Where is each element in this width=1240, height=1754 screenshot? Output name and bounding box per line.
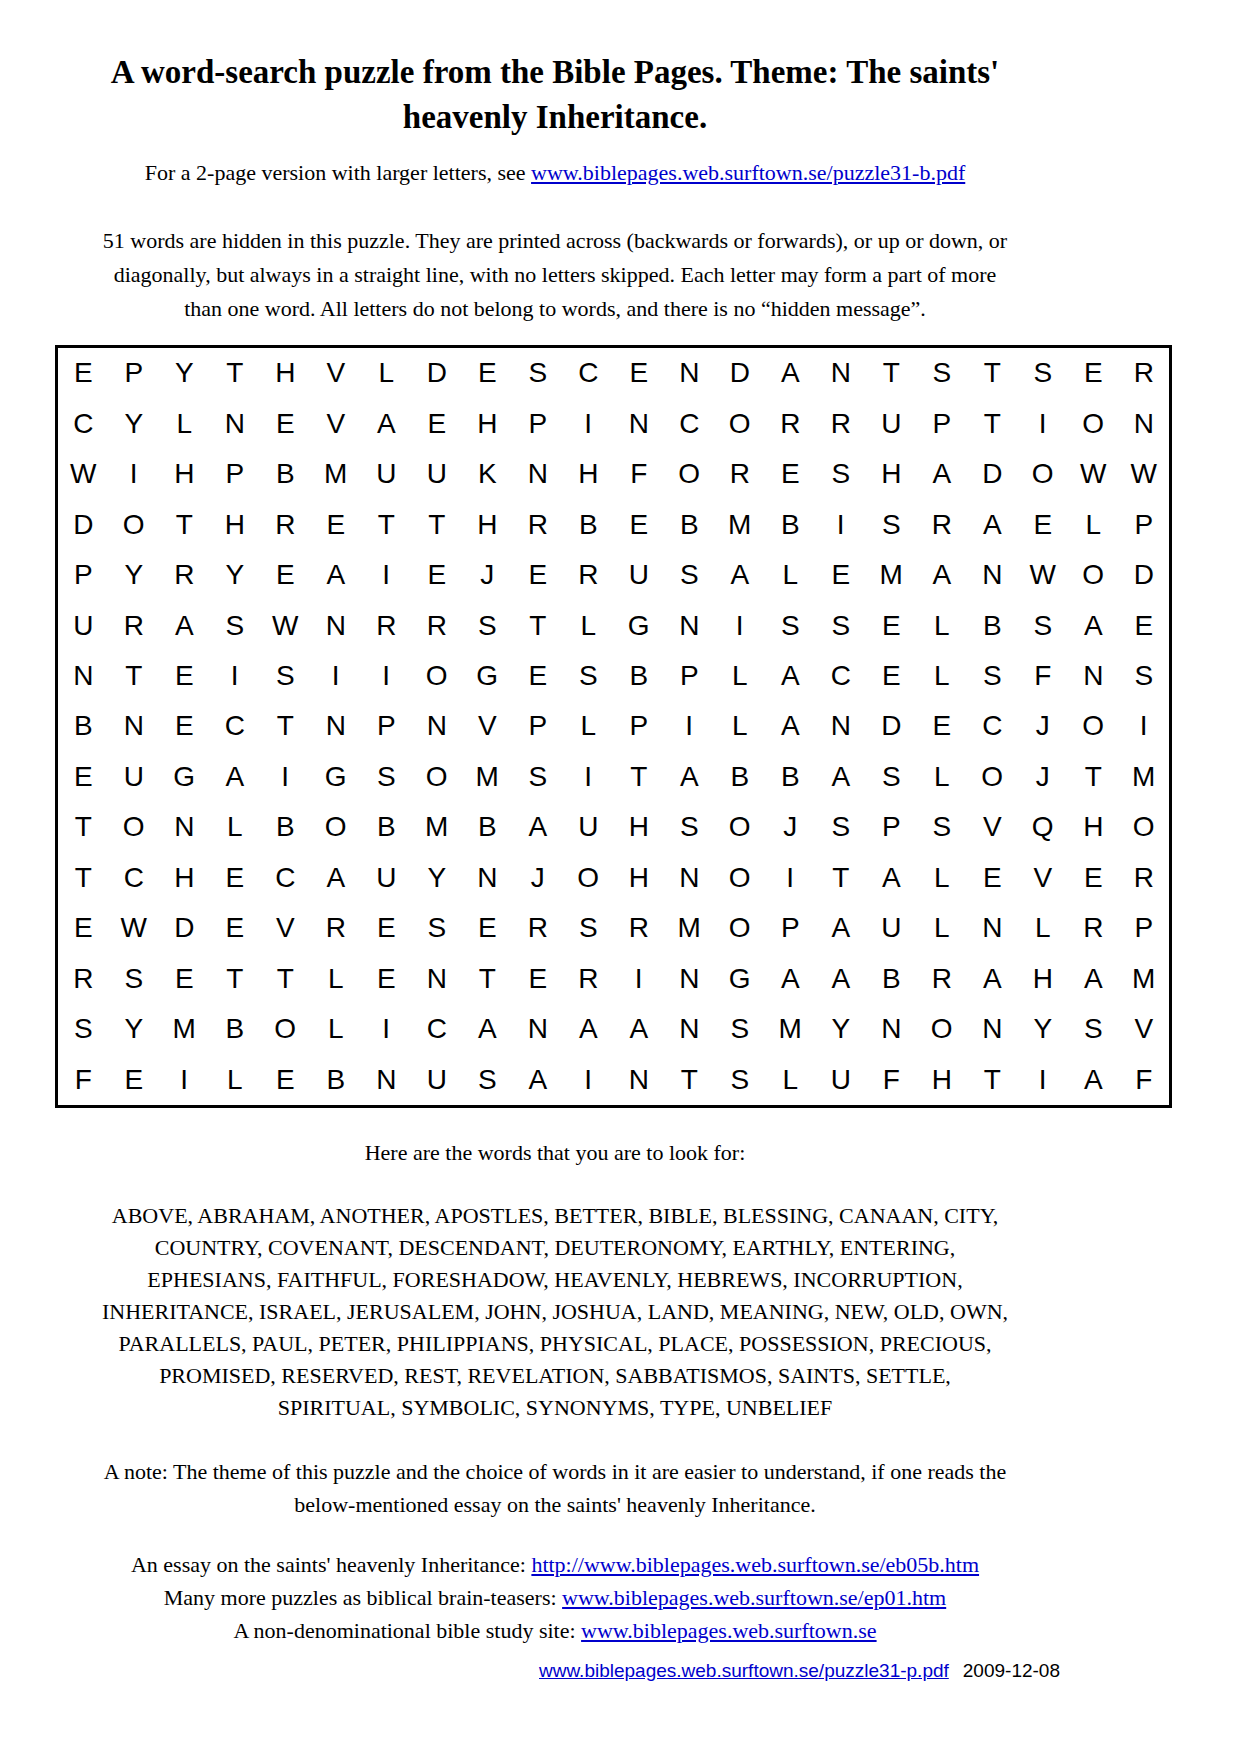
grid-cell: I — [1018, 1055, 1069, 1105]
grid-cell: E — [58, 348, 109, 398]
grid-cell: N — [210, 398, 261, 448]
grid-cell: L — [361, 348, 412, 398]
grid-cell: H — [917, 1055, 968, 1105]
grid-cell: I — [260, 752, 311, 802]
grid-cell: D — [715, 348, 766, 398]
grid-cell: I — [563, 398, 614, 448]
grid-cell: S — [917, 348, 968, 398]
grid-cell: R — [563, 954, 614, 1004]
grid-cell: L — [1018, 903, 1069, 953]
grid-cell: R — [765, 398, 816, 448]
grid-cell: R — [513, 903, 564, 953]
grid-cell: N — [1068, 651, 1119, 701]
grid-cell: R — [109, 600, 160, 650]
grid-cell: B — [664, 499, 715, 549]
grid-cell: B — [614, 651, 665, 701]
resource-line: A non-denominational bible study site: w… — [50, 1614, 1060, 1647]
grid-cell: N — [816, 701, 867, 751]
grid-cell: E — [967, 853, 1018, 903]
grid-cell: P — [664, 651, 715, 701]
page-title-line: heavenly Inheritance. — [50, 95, 1060, 140]
grid-cell: E — [513, 550, 564, 600]
grid-cell: O — [311, 802, 362, 852]
grid-cell: A — [311, 550, 362, 600]
page-title: A word-search puzzle from the Bible Page… — [50, 50, 1060, 140]
grid-cell: A — [816, 954, 867, 1004]
grid-cell: J — [513, 853, 564, 903]
grid-cell: W — [1119, 449, 1170, 499]
grid-cell: E — [462, 903, 513, 953]
grid-cell: W — [109, 903, 160, 953]
grid-cell: E — [816, 550, 867, 600]
grid-cell: I — [361, 550, 412, 600]
larger-version-link[interactable]: www.biblepages.web.surftown.se/puzzle31-… — [531, 160, 965, 185]
grid-cell: N — [412, 954, 463, 1004]
grid-cell: E — [513, 954, 564, 1004]
grid-cell: C — [412, 1004, 463, 1054]
grid-cell: O — [563, 853, 614, 903]
grid-cell: E — [412, 550, 463, 600]
grid-cell: A — [917, 550, 968, 600]
grid-cell: O — [917, 1004, 968, 1054]
grid-cell: C — [664, 398, 715, 448]
grid-cell: H — [260, 348, 311, 398]
grid-cell: S — [866, 752, 917, 802]
grid-cell: N — [664, 1004, 715, 1054]
grid-cell: H — [210, 499, 261, 549]
grid-cell: W — [1068, 449, 1119, 499]
grid-cell: I — [664, 701, 715, 751]
grid-cell: T — [866, 348, 917, 398]
grid-cell: A — [664, 752, 715, 802]
grid-cell: F — [58, 1055, 109, 1105]
grid-cell: L — [159, 398, 210, 448]
grid-cell: L — [765, 550, 816, 600]
grid-cell: R — [311, 903, 362, 953]
grid-cell: E — [614, 348, 665, 398]
grid-cell: N — [664, 853, 715, 903]
grid-cell: P — [917, 398, 968, 448]
grid-cell: I — [1018, 398, 1069, 448]
page-title-line: A word-search puzzle from the Bible Page… — [50, 50, 1060, 95]
grid-cell: M — [462, 752, 513, 802]
grid-cell: D — [967, 449, 1018, 499]
grid-cell: E — [1119, 600, 1170, 650]
grid-cell: T — [159, 499, 210, 549]
grid-cell: E — [159, 701, 210, 751]
grid-cell: R — [361, 600, 412, 650]
grid-cell: V — [311, 398, 362, 448]
grid-cell: N — [967, 1004, 1018, 1054]
grid-cell: S — [1068, 1004, 1119, 1054]
grid-cell: Y — [210, 550, 261, 600]
grid-cell: L — [917, 600, 968, 650]
grid-cell: I — [361, 651, 412, 701]
grid-cell: Y — [1018, 1004, 1069, 1054]
grid-cell: N — [109, 701, 160, 751]
grid-cell: T — [462, 954, 513, 1004]
grid-cell: B — [361, 802, 412, 852]
grid-cell: U — [361, 853, 412, 903]
grid-cell: T — [260, 701, 311, 751]
grid-cell: I — [715, 600, 766, 650]
grid-cell: P — [1119, 499, 1170, 549]
grid-cell: S — [462, 1055, 513, 1105]
grid-cell: E — [210, 903, 261, 953]
footer-link[interactable]: www.biblepages.web.surftown.se/puzzle31-… — [539, 1660, 949, 1681]
grid-cell: E — [1068, 853, 1119, 903]
grid-cell: K — [462, 449, 513, 499]
grid-cell: S — [563, 903, 614, 953]
grid-cell: E — [866, 600, 917, 650]
instructions-line: than one word. All letters do not belong… — [50, 292, 1060, 326]
grid-cell: R — [412, 600, 463, 650]
grid-cell: B — [210, 1004, 261, 1054]
grid-cell: J — [1018, 752, 1069, 802]
grid-cell: J — [1018, 701, 1069, 751]
grid-cell: C — [109, 853, 160, 903]
grid-cell: M — [1119, 954, 1170, 1004]
grid-cell: S — [866, 499, 917, 549]
grid-cell: H — [614, 802, 665, 852]
grid-cell: E — [58, 752, 109, 802]
grid-cell: M — [715, 499, 766, 549]
grid-cell: N — [664, 600, 715, 650]
grid-cell: J — [462, 550, 513, 600]
grid-cell: E — [462, 348, 513, 398]
grid-cell: A — [563, 1004, 614, 1054]
grid-cell: T — [361, 499, 412, 549]
instructions: 51 words are hidden in this puzzle. They… — [50, 224, 1060, 326]
note-line: A note: The theme of this puzzle and the… — [50, 1455, 1060, 1488]
grid-cell: D — [866, 701, 917, 751]
grid-cell: H — [866, 449, 917, 499]
grid-cell: E — [765, 449, 816, 499]
grid-cell: I — [765, 853, 816, 903]
grid-cell: I — [361, 1004, 412, 1054]
grid-cell: S — [816, 600, 867, 650]
grid-cell: M — [311, 449, 362, 499]
grid-cell: T — [109, 651, 160, 701]
grid-cell: S — [1119, 651, 1170, 701]
grid-cell: C — [58, 398, 109, 448]
grid-cell: A — [513, 1055, 564, 1105]
grid-cell: T — [58, 802, 109, 852]
grid-cell: E — [1068, 348, 1119, 398]
grid-cell: N — [311, 600, 362, 650]
grid-cell: R — [1068, 903, 1119, 953]
grid-cell: E — [311, 499, 362, 549]
grid-cell: S — [664, 550, 715, 600]
grid-cell: S — [462, 600, 513, 650]
grid-cell: A — [765, 701, 816, 751]
grid-cell: U — [109, 752, 160, 802]
grid-cell: O — [109, 802, 160, 852]
note-line: below-mentioned essay on the saints' hea… — [50, 1488, 1060, 1521]
grid-cell: I — [563, 1055, 614, 1105]
grid-cell: O — [1068, 398, 1119, 448]
grid-cell: A — [765, 348, 816, 398]
grid-cell: M — [664, 903, 715, 953]
grid-cell: V — [462, 701, 513, 751]
grid-cell: A — [917, 449, 968, 499]
grid-cell: B — [765, 752, 816, 802]
grid-cell: A — [967, 954, 1018, 1004]
grid-cell: O — [715, 853, 766, 903]
resource-link[interactable]: www.biblepages.web.surftown.se/ep01.htm — [562, 1585, 946, 1610]
grid-cell: A — [816, 752, 867, 802]
grid-cell: R — [260, 499, 311, 549]
grid-cell: C — [210, 701, 261, 751]
grid-cell: O — [412, 752, 463, 802]
grid-cell: M — [866, 550, 917, 600]
grid-cell: T — [1068, 752, 1119, 802]
grid-cell: E — [159, 954, 210, 1004]
grid-cell: S — [967, 651, 1018, 701]
grid-cell: N — [664, 954, 715, 1004]
page-footer: www.biblepages.web.surftown.se/puzzle31-… — [50, 1660, 1060, 1682]
grid-cell: H — [462, 499, 513, 549]
grid-cell: A — [361, 398, 412, 448]
grid-cell: M — [1119, 752, 1170, 802]
grid-cell: B — [866, 954, 917, 1004]
grid-cell: S — [412, 903, 463, 953]
grid-cell: L — [917, 853, 968, 903]
grid-cell: E — [917, 701, 968, 751]
grid-cell: E — [58, 903, 109, 953]
grid-cell: N — [462, 853, 513, 903]
grid-cell: G — [715, 954, 766, 1004]
grid-cell: G — [159, 752, 210, 802]
grid-cell: R — [1119, 348, 1170, 398]
subtitle-text: For a 2-page version with larger letters… — [145, 160, 531, 185]
grid-cell: P — [58, 550, 109, 600]
grid-cell: P — [361, 701, 412, 751]
grid-cell: E — [260, 1055, 311, 1105]
grid-cell: I — [614, 954, 665, 1004]
grid-cell: D — [58, 499, 109, 549]
grid-cell: O — [260, 1004, 311, 1054]
grid-cell: O — [412, 651, 463, 701]
grid-cell: R — [614, 903, 665, 953]
grid-cell: A — [210, 752, 261, 802]
footer-date: 2009-12-08 — [963, 1660, 1060, 1681]
subtitle: For a 2-page version with larger letters… — [50, 160, 1060, 186]
grid-cell: S — [917, 802, 968, 852]
links-block: An essay on the saints' heavenly Inherit… — [50, 1548, 1060, 1647]
word-grid: EPYTHVLDESCENDANTSTSERCYLNEVAEHPINCORRUP… — [55, 345, 1172, 1108]
grid-cell: E — [614, 499, 665, 549]
grid-cell: C — [260, 853, 311, 903]
grid-cell: R — [917, 954, 968, 1004]
grid-cell: V — [1119, 1004, 1170, 1054]
resource-label: A non-denominational bible study site: — [233, 1618, 581, 1643]
grid-cell: H — [1068, 802, 1119, 852]
grid-cell: D — [1119, 550, 1170, 600]
word-list-line: INHERITANCE, ISRAEL, JERUSALEM, JOHN, JO… — [50, 1296, 1060, 1328]
grid-cell: E — [513, 651, 564, 701]
grid-cell: U — [563, 802, 614, 852]
grid-cell: Y — [412, 853, 463, 903]
grid-cell: S — [563, 651, 614, 701]
grid-cell: A — [1068, 1055, 1119, 1105]
grid-cell: U — [412, 449, 463, 499]
grid-cell: L — [563, 600, 614, 650]
resource-link[interactable]: http://www.biblepages.web.surftown.se/eb… — [531, 1552, 979, 1577]
grid-cell: N — [866, 1004, 917, 1054]
grid-cell: L — [210, 802, 261, 852]
grid-cell: S — [210, 600, 261, 650]
grid-cell: P — [109, 348, 160, 398]
grid-cell: S — [361, 752, 412, 802]
grid-cell: N — [159, 802, 210, 852]
grid-cell: I — [210, 651, 261, 701]
grid-cell: A — [1068, 600, 1119, 650]
grid-cell: U — [412, 1055, 463, 1105]
grid-cell: M — [412, 802, 463, 852]
grid-cell: T — [967, 1055, 1018, 1105]
grid-cell: F — [1119, 1055, 1170, 1105]
grid-cell: E — [1018, 499, 1069, 549]
grid-cell: I — [816, 499, 867, 549]
grid-cell: H — [614, 853, 665, 903]
word-list-line: EPHESIANS, FAITHFUL, FORESHADOW, HEAVENL… — [50, 1264, 1060, 1296]
resource-link[interactable]: www.biblepages.web.surftown.se — [581, 1618, 877, 1643]
grid-cell: Y — [109, 550, 160, 600]
grid-cell: C — [816, 651, 867, 701]
grid-cell: L — [210, 1055, 261, 1105]
grid-cell: A — [614, 1004, 665, 1054]
grid-cell: T — [513, 600, 564, 650]
grid-cell: S — [664, 802, 715, 852]
grid-cell: S — [58, 1004, 109, 1054]
grid-cell: P — [513, 701, 564, 751]
grid-cell: I — [1119, 701, 1170, 751]
word-list-line: ABOVE, ABRAHAM, ANOTHER, APOSTLES, BETTE… — [50, 1200, 1060, 1232]
grid-cell: V — [260, 903, 311, 953]
grid-cell: N — [614, 398, 665, 448]
grid-cell: A — [765, 651, 816, 701]
grid-cell: A — [967, 499, 1018, 549]
grid-cell: T — [664, 1055, 715, 1105]
grid-cell: E — [260, 550, 311, 600]
grid-cell: L — [715, 701, 766, 751]
grid-cell: N — [816, 348, 867, 398]
grid-cell: P — [513, 398, 564, 448]
grid-cell: N — [513, 449, 564, 499]
grid-cell: L — [715, 651, 766, 701]
grid-cell: A — [513, 802, 564, 852]
grid-cell: N — [614, 1055, 665, 1105]
grid-cell: E — [361, 903, 412, 953]
grid-cell: T — [967, 348, 1018, 398]
grid-cell: V — [967, 802, 1018, 852]
grid-cell: E — [412, 398, 463, 448]
grid-cell: W — [1018, 550, 1069, 600]
grid-cell: R — [159, 550, 210, 600]
grid-cell: L — [311, 1004, 362, 1054]
grid-cell: A — [765, 954, 816, 1004]
word-list-line: COUNTRY, COVENANT, DESCENDANT, DEUTERONO… — [50, 1232, 1060, 1264]
grid-cell: U — [866, 398, 917, 448]
grid-cell: T — [260, 954, 311, 1004]
grid-cell: E — [361, 954, 412, 1004]
grid-cell: J — [765, 802, 816, 852]
grid-cell: U — [58, 600, 109, 650]
grid-cell: O — [967, 752, 1018, 802]
grid-cell: R — [917, 499, 968, 549]
grid-cell: O — [715, 802, 766, 852]
grid-cell: L — [765, 1055, 816, 1105]
grid-cell: A — [1068, 954, 1119, 1004]
grid-cell: L — [563, 701, 614, 751]
grid-cell: D — [159, 903, 210, 953]
grid-cell: I — [311, 651, 362, 701]
word-list: ABOVE, ABRAHAM, ANOTHER, APOSTLES, BETTE… — [50, 1200, 1060, 1424]
grid-cell: T — [614, 752, 665, 802]
grid-cell: C — [967, 701, 1018, 751]
word-list-header: Here are the words that you are to look … — [50, 1140, 1060, 1166]
grid-cell: G — [462, 651, 513, 701]
grid-cell: B — [715, 752, 766, 802]
grid-cell: D — [412, 348, 463, 398]
grid-cell: A — [866, 853, 917, 903]
grid-cell: N — [311, 701, 362, 751]
grid-cell: S — [816, 449, 867, 499]
grid-cell: S — [513, 348, 564, 398]
grid-cell: B — [563, 499, 614, 549]
grid-cell: O — [664, 449, 715, 499]
grid-cell: H — [462, 398, 513, 448]
grid-cell: T — [210, 348, 261, 398]
grid-cell: O — [1018, 449, 1069, 499]
grid-cell: N — [513, 1004, 564, 1054]
grid-cell: S — [715, 1055, 766, 1105]
grid-cell: W — [260, 600, 311, 650]
grid-cell: I — [563, 752, 614, 802]
resource-line: Many more puzzles as biblical brain-teas… — [50, 1581, 1060, 1614]
grid-cell: S — [260, 651, 311, 701]
note: A note: The theme of this puzzle and the… — [50, 1455, 1060, 1521]
word-list-line: PARALLELS, PAUL, PETER, PHILIPPIANS, PHY… — [50, 1328, 1060, 1360]
grid-cell: O — [715, 903, 766, 953]
word-list-line: SPIRITUAL, SYMBOLIC, SYNONYMS, TYPE, UNB… — [50, 1392, 1060, 1424]
instructions-line: diagonally, but always in a straight lin… — [50, 258, 1060, 292]
grid-cell: Y — [816, 1004, 867, 1054]
grid-cell: H — [159, 449, 210, 499]
grid-cell: I — [159, 1055, 210, 1105]
grid-cell: R — [816, 398, 867, 448]
grid-cell: A — [462, 1004, 513, 1054]
grid-cell: T — [967, 398, 1018, 448]
resource-label: An essay on the saints' heavenly Inherit… — [131, 1552, 531, 1577]
grid-cell: N — [967, 903, 1018, 953]
grid-cell: C — [563, 348, 614, 398]
grid-cell: B — [967, 600, 1018, 650]
grid-cell: N — [361, 1055, 412, 1105]
grid-cell: L — [1068, 499, 1119, 549]
grid-cell: B — [260, 449, 311, 499]
grid-cell: S — [109, 954, 160, 1004]
grid-cell: N — [1119, 398, 1170, 448]
grid-cell: H — [563, 449, 614, 499]
grid-cell: G — [614, 600, 665, 650]
grid-cell: B — [260, 802, 311, 852]
grid-cell: O — [1068, 701, 1119, 751]
grid-cell: S — [715, 1004, 766, 1054]
grid-cell: A — [311, 853, 362, 903]
grid-cell: O — [1068, 550, 1119, 600]
